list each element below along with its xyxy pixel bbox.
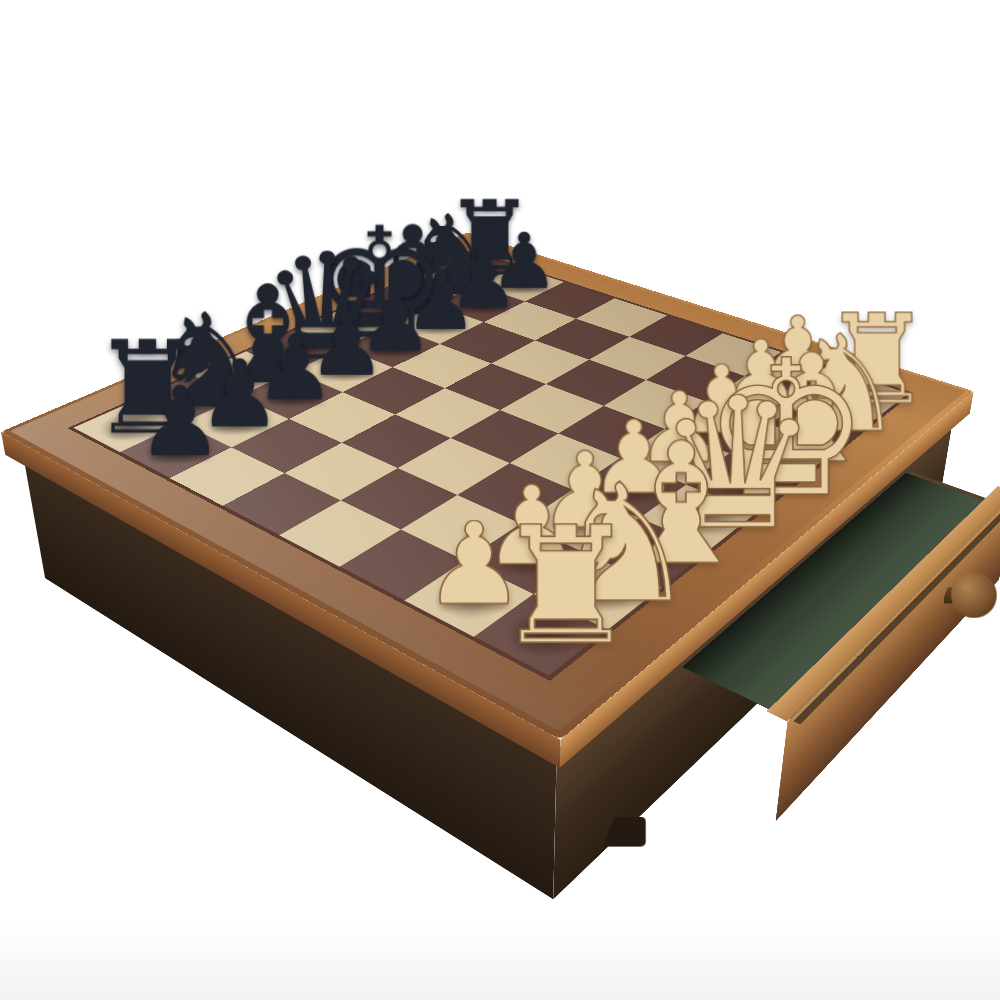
piece-slot-a1: ♜	[474, 594, 608, 676]
piece-slot-a7: ♟	[120, 423, 231, 478]
product-photo-scene: ♜♞♝♛♚♝♞♜♟♟♟♟♟♟♟♟♟♟♟♟♟♟♟♟♜♞♝♛♚♝♞♜	[0, 0, 1000, 1000]
knob-icon	[951, 572, 997, 618]
chess-box: ♜♞♝♛♚♝♞♜♟♟♟♟♟♟♟♟♟♟♟♟♟♟♟♟♜♞♝♛♚♝♞♜	[1, 232, 974, 739]
square-a1[interactable]: ♜	[474, 594, 608, 676]
drawer-knob[interactable]	[944, 572, 997, 618]
square-a7[interactable]: ♟	[120, 423, 231, 478]
background-shading	[0, 920, 1000, 1000]
